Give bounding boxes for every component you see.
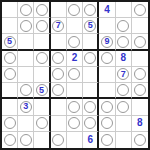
given-digit: 8 (137, 118, 143, 128)
odd-circle-mark (134, 68, 146, 80)
cell-r1c1[interactable] (2, 2, 18, 18)
odd-circle-mark (134, 4, 146, 16)
cell-r9c2[interactable] (18, 132, 34, 148)
cell-r3c1[interactable]: 5 (2, 34, 18, 50)
cell-r7c2[interactable]: 3 (18, 99, 34, 115)
cell-r9c7[interactable] (99, 132, 115, 148)
odd-circle-mark (20, 134, 32, 146)
odd-circle-mark (4, 134, 16, 146)
cell-r1c4[interactable] (51, 2, 67, 18)
odd-circle-mark: 5 (36, 84, 48, 96)
cell-r1c2[interactable] (18, 2, 34, 18)
odd-circle-mark (20, 20, 32, 32)
cell-r1c9[interactable] (132, 2, 148, 18)
cell-r4c6[interactable] (83, 51, 99, 67)
cell-r8c7[interactable] (99, 116, 115, 132)
odd-circle-mark (134, 134, 146, 146)
odd-circle-mark (117, 36, 129, 48)
odd-circle-mark (36, 4, 48, 16)
odd-circle-mark (36, 52, 48, 64)
cell-r2c5[interactable] (67, 18, 83, 34)
odd-circle-mark (84, 117, 96, 129)
odd-circle-mark (68, 101, 80, 113)
cell-r2c4[interactable]: 7 (51, 18, 67, 34)
given-digit: 5 (39, 86, 44, 95)
odd-circle-mark (101, 117, 113, 129)
cell-r6c2[interactable] (18, 83, 34, 99)
cell-r8c6[interactable] (83, 116, 99, 132)
given-digit: 5 (7, 37, 12, 46)
given-digit: 3 (23, 102, 28, 111)
cell-r3c3[interactable] (34, 34, 50, 50)
cell-r6c1[interactable] (2, 83, 18, 99)
odd-circle-mark (101, 101, 113, 113)
cell-r6c7[interactable] (99, 83, 115, 99)
odd-circle-mark (84, 101, 96, 113)
cell-r3c7[interactable]: 9 (99, 34, 115, 50)
cell-r6c9[interactable] (132, 83, 148, 99)
cell-r4c9[interactable] (132, 51, 148, 67)
odd-circle-mark (20, 84, 32, 96)
cell-r3c6[interactable] (83, 34, 99, 50)
cell-r5c8[interactable]: 7 (116, 67, 132, 83)
cell-r6c3[interactable]: 5 (34, 83, 50, 99)
cell-r5c7[interactable] (99, 67, 115, 83)
odd-circle-mark (84, 4, 96, 16)
odd-circle-mark (20, 4, 32, 16)
odd-circle-mark (68, 36, 80, 48)
cell-r4c5[interactable]: 2 (67, 51, 83, 67)
odd-circle-mark (36, 20, 48, 32)
given-digit: 4 (104, 5, 110, 15)
cell-r6c6[interactable] (83, 83, 99, 99)
cell-r6c4[interactable] (51, 83, 67, 99)
odd-circle-mark (36, 117, 48, 129)
cell-r8c4[interactable] (51, 116, 67, 132)
odd-circle-mark (68, 117, 80, 129)
cell-r3c5[interactable] (67, 34, 83, 50)
odd-circle-mark (4, 117, 16, 129)
cell-r7c5[interactable] (67, 99, 83, 115)
cell-r1c6[interactable] (83, 2, 99, 18)
cell-r9c4[interactable] (51, 132, 67, 148)
cell-r8c8[interactable] (116, 116, 132, 132)
cell-r5c3[interactable] (34, 67, 50, 83)
cell-r2c9[interactable] (132, 18, 148, 34)
cell-r4c8[interactable]: 8 (116, 51, 132, 67)
cell-r5c9[interactable] (132, 67, 148, 83)
cell-r4c7[interactable] (99, 51, 115, 67)
cell-r9c8[interactable] (116, 132, 132, 148)
odd-circle-mark: 5 (4, 36, 16, 48)
odd-circle-mark (101, 52, 113, 64)
odd-circle-mark (52, 134, 64, 146)
odd-circle-mark (117, 20, 129, 32)
given-digit: 7 (121, 70, 126, 79)
cell-r1c5[interactable] (67, 2, 83, 18)
cell-r3c8[interactable] (116, 34, 132, 50)
cell-r2c1[interactable] (2, 18, 18, 34)
cell-r7c9[interactable] (132, 99, 148, 115)
cell-r5c4[interactable] (51, 67, 67, 83)
cell-r5c5[interactable] (67, 67, 83, 83)
cell-r1c7[interactable]: 4 (99, 2, 115, 18)
cell-r6c5[interactable] (67, 83, 83, 99)
cell-r3c4[interactable] (51, 34, 67, 50)
odd-circle-mark: 7 (117, 68, 129, 80)
odd-circle-mark (134, 36, 146, 48)
odd-circle-mark: 9 (101, 36, 113, 48)
cell-r8c2[interactable] (18, 116, 34, 132)
odd-circle-mark: 7 (52, 20, 64, 32)
cell-r4c1[interactable] (2, 51, 18, 67)
cell-r7c7[interactable] (99, 99, 115, 115)
cell-r3c9[interactable] (132, 34, 148, 50)
cell-r7c6[interactable] (83, 99, 99, 115)
cell-r9c3[interactable] (34, 132, 50, 148)
cell-r3c2[interactable] (18, 34, 34, 50)
odd-circle-mark (134, 84, 146, 96)
cell-r2c6[interactable]: 5 (83, 18, 99, 34)
given-digit: 6 (87, 135, 93, 145)
odd-circle-mark (52, 68, 64, 80)
cell-r8c5[interactable] (67, 116, 83, 132)
odd-circle-mark (117, 101, 129, 113)
cell-r2c2[interactable] (18, 18, 34, 34)
odd-circle-mark (68, 68, 80, 80)
cell-r7c8[interactable] (116, 99, 132, 115)
odd-circle-mark (52, 84, 64, 96)
odd-circle-mark: 3 (20, 101, 32, 113)
sudoku-board: 475592875386 (0, 0, 150, 150)
cell-r7c4[interactable] (51, 99, 67, 115)
cell-r2c3[interactable] (34, 18, 50, 34)
given-digit: 7 (56, 21, 61, 30)
given-digit: 8 (120, 53, 126, 63)
cell-r4c2[interactable] (18, 51, 34, 67)
cell-r8c1[interactable] (2, 116, 18, 132)
odd-circle-mark (68, 4, 80, 16)
cell-r5c2[interactable] (18, 67, 34, 83)
cell-r4c4[interactable] (51, 51, 67, 67)
cell-r9c6[interactable]: 6 (83, 132, 99, 148)
cell-r9c9[interactable] (132, 132, 148, 148)
odd-circle-mark (117, 84, 129, 96)
cell-r9c1[interactable] (2, 132, 18, 148)
cell-r1c8[interactable] (116, 2, 132, 18)
given-digit: 9 (104, 37, 109, 46)
odd-circle-mark (101, 134, 113, 146)
cell-r2c7[interactable] (99, 18, 115, 34)
cell-r8c9[interactable]: 8 (132, 116, 148, 132)
cell-r7c3[interactable] (34, 99, 50, 115)
cell-r9c5[interactable] (67, 132, 83, 148)
cell-r8c3[interactable] (34, 116, 50, 132)
cell-r4c3[interactable] (34, 51, 50, 67)
odd-circle-mark (4, 52, 16, 64)
odd-circle-mark (4, 68, 16, 80)
odd-circle-mark (84, 52, 96, 64)
cell-r1c3[interactable] (34, 2, 50, 18)
cell-r5c6[interactable] (83, 67, 99, 83)
odd-circle-mark (52, 52, 64, 64)
given-digit: 2 (72, 53, 78, 63)
cell-r6c8[interactable] (116, 83, 132, 99)
cell-r5c1[interactable] (2, 67, 18, 83)
odd-circle-mark: 5 (84, 20, 96, 32)
given-digit: 5 (88, 21, 93, 30)
cell-r7c1[interactable] (2, 99, 18, 115)
cell-r2c8[interactable] (116, 18, 132, 34)
